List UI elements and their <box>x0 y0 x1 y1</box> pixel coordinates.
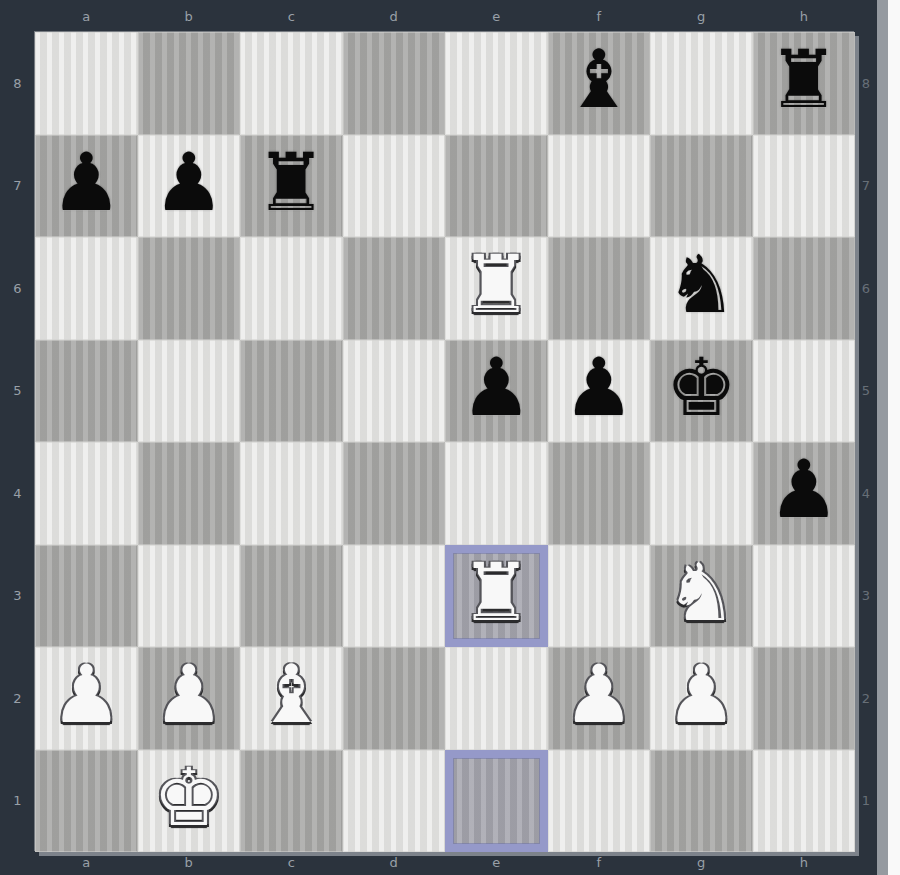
square-e2[interactable] <box>445 647 548 750</box>
rank-label: 5 <box>13 383 21 398</box>
square-e3[interactable]: ♜ <box>445 545 548 648</box>
square-a2[interactable]: ♟ <box>35 647 138 750</box>
file-labels-top: abcdefgh <box>35 0 855 32</box>
rank-label: 4 <box>862 486 870 501</box>
square-d1[interactable] <box>343 750 446 853</box>
square-e5[interactable]: ♟ <box>445 340 548 443</box>
square-d6[interactable] <box>343 237 446 340</box>
square-e1[interactable] <box>445 750 548 853</box>
square-g2[interactable]: ♟ <box>650 647 753 750</box>
file-label: f <box>596 9 601 24</box>
file-label: e <box>492 855 500 870</box>
square-b2[interactable]: ♟ <box>138 647 241 750</box>
file-label: g <box>697 9 705 24</box>
file-label: c <box>288 9 295 24</box>
white-pawn[interactable]: ♟ <box>665 655 737 735</box>
chess-board: ♝♜♟♟♜♜♞♟♟♚♟♜♞♟♟♝♟♟♚ <box>35 32 855 852</box>
square-h3[interactable] <box>753 545 856 648</box>
file-label: d <box>390 855 398 870</box>
white-pawn[interactable]: ♟ <box>563 655 635 735</box>
square-c5[interactable] <box>240 340 343 443</box>
square-h7[interactable] <box>753 135 856 238</box>
file-label: f <box>596 855 601 870</box>
square-f1[interactable] <box>548 750 651 853</box>
square-a5[interactable] <box>35 340 138 443</box>
rank-label: 1 <box>13 793 21 808</box>
square-c8[interactable] <box>240 32 343 135</box>
square-c3[interactable] <box>240 545 343 648</box>
square-d7[interactable] <box>343 135 446 238</box>
white-king[interactable]: ♚ <box>153 758 225 838</box>
square-e6[interactable]: ♜ <box>445 237 548 340</box>
square-f4[interactable] <box>548 442 651 545</box>
square-b6[interactable] <box>138 237 241 340</box>
black-pawn[interactable]: ♟ <box>563 348 635 428</box>
square-b7[interactable]: ♟ <box>138 135 241 238</box>
rank-label: 3 <box>13 588 21 603</box>
square-h8[interactable]: ♜ <box>753 32 856 135</box>
black-bishop[interactable]: ♝ <box>563 40 635 120</box>
rank-label: 5 <box>862 383 870 398</box>
square-e7[interactable] <box>445 135 548 238</box>
file-label: d <box>390 9 398 24</box>
file-label: a <box>82 855 90 870</box>
file-label: c <box>288 855 295 870</box>
square-b3[interactable] <box>138 545 241 648</box>
square-c4[interactable] <box>240 442 343 545</box>
white-pawn[interactable]: ♟ <box>50 655 122 735</box>
black-pawn[interactable]: ♟ <box>153 143 225 223</box>
rank-label: 4 <box>13 486 21 501</box>
rank-label: 7 <box>862 178 870 193</box>
square-f8[interactable]: ♝ <box>548 32 651 135</box>
rank-label: 1 <box>862 793 870 808</box>
square-c7[interactable]: ♜ <box>240 135 343 238</box>
black-king[interactable]: ♚ <box>665 348 737 428</box>
square-f3[interactable] <box>548 545 651 648</box>
chess-board-panel: abcdefgh 87654321 87654321 abcdefgh ♝♜♟♟… <box>0 0 900 875</box>
scrollbar-track[interactable] <box>877 0 888 875</box>
square-c1[interactable] <box>240 750 343 853</box>
square-h2[interactable] <box>753 647 856 750</box>
rank-label: 8 <box>862 76 870 91</box>
file-label: h <box>800 855 808 870</box>
black-pawn[interactable]: ♟ <box>50 143 122 223</box>
rank-labels-left: 87654321 <box>0 32 35 852</box>
square-a6[interactable] <box>35 237 138 340</box>
square-d4[interactable] <box>343 442 446 545</box>
file-label: a <box>82 9 90 24</box>
square-c6[interactable] <box>240 237 343 340</box>
square-h6[interactable] <box>753 237 856 340</box>
rank-label: 3 <box>862 588 870 603</box>
square-b8[interactable] <box>138 32 241 135</box>
square-b5[interactable] <box>138 340 241 443</box>
square-h4[interactable]: ♟ <box>753 442 856 545</box>
square-g8[interactable] <box>650 32 753 135</box>
square-a3[interactable] <box>35 545 138 648</box>
rank-label: 6 <box>862 281 870 296</box>
square-d5[interactable] <box>343 340 446 443</box>
white-rook[interactable]: ♜ <box>460 245 532 325</box>
square-a8[interactable] <box>35 32 138 135</box>
square-g1[interactable] <box>650 750 753 853</box>
rank-label: 7 <box>13 178 21 193</box>
file-label: g <box>697 855 705 870</box>
rank-labels-right: 87654321 <box>855 32 877 852</box>
black-pawn[interactable]: ♟ <box>768 450 840 530</box>
file-label: h <box>800 9 808 24</box>
square-g6[interactable]: ♞ <box>650 237 753 340</box>
square-f6[interactable] <box>548 237 651 340</box>
square-f5[interactable]: ♟ <box>548 340 651 443</box>
square-d2[interactable] <box>343 647 446 750</box>
square-b4[interactable] <box>138 442 241 545</box>
black-pawn[interactable]: ♟ <box>460 348 532 428</box>
square-a4[interactable] <box>35 442 138 545</box>
white-knight[interactable]: ♞ <box>665 553 737 633</box>
square-g3[interactable]: ♞ <box>650 545 753 648</box>
white-pawn[interactable]: ♟ <box>153 655 225 735</box>
file-label: e <box>492 9 500 24</box>
square-f2[interactable]: ♟ <box>548 647 651 750</box>
page-background-strip <box>888 0 900 875</box>
square-f7[interactable] <box>548 135 651 238</box>
square-c2[interactable]: ♝ <box>240 647 343 750</box>
square-e8[interactable] <box>445 32 548 135</box>
rank-label: 2 <box>862 691 870 706</box>
file-label: b <box>185 9 193 24</box>
square-g4[interactable] <box>650 442 753 545</box>
square-g7[interactable] <box>650 135 753 238</box>
square-h5[interactable] <box>753 340 856 443</box>
white-rook[interactable]: ♜ <box>460 553 532 633</box>
square-b1[interactable]: ♚ <box>138 750 241 853</box>
square-a1[interactable] <box>35 750 138 853</box>
rank-label: 2 <box>13 691 21 706</box>
square-g5[interactable]: ♚ <box>650 340 753 443</box>
file-labels-bottom: abcdefgh <box>35 852 855 875</box>
black-knight[interactable]: ♞ <box>665 245 737 325</box>
rank-label: 6 <box>13 281 21 296</box>
square-a7[interactable]: ♟ <box>35 135 138 238</box>
square-h1[interactable] <box>753 750 856 853</box>
white-bishop[interactable]: ♝ <box>255 655 327 735</box>
square-e4[interactable] <box>445 442 548 545</box>
black-rook[interactable]: ♜ <box>768 40 840 120</box>
file-label: b <box>185 855 193 870</box>
square-d3[interactable] <box>343 545 446 648</box>
rank-label: 8 <box>13 76 21 91</box>
black-rook[interactable]: ♜ <box>255 143 327 223</box>
square-d8[interactable] <box>343 32 446 135</box>
